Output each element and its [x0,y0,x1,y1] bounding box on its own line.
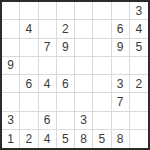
cell-r5c8[interactable]: 2 [130,75,148,93]
cell-r8c1[interactable]: 1 [2,130,20,148]
cell-r3c4[interactable]: 9 [57,39,75,57]
cell-r6c6[interactable] [93,93,111,111]
cell-r6c7[interactable]: 7 [112,93,130,111]
cell-r8c3[interactable]: 4 [39,130,57,148]
cell-r1c5[interactable] [75,2,93,20]
cell-r4c8[interactable] [130,57,148,75]
cell-r5c5[interactable] [75,75,93,93]
cell-r5c6[interactable] [93,75,111,93]
cell-r2c7[interactable]: 6 [112,20,130,38]
cell-r4c2[interactable] [20,57,38,75]
cell-r5c3[interactable]: 4 [39,75,57,93]
cell-r4c6[interactable] [93,57,111,75]
cell-r2c3[interactable] [39,20,57,38]
cell-r1c7[interactable] [112,2,130,20]
cell-r8c4[interactable]: 5 [57,130,75,148]
cell-r6c8[interactable] [130,93,148,111]
cell-r4c4[interactable] [57,57,75,75]
cell-r5c2[interactable]: 6 [20,75,38,93]
cell-r7c2[interactable] [20,112,38,130]
cell-r1c4[interactable] [57,2,75,20]
cell-r6c2[interactable] [20,93,38,111]
cell-r3c6[interactable] [93,39,111,57]
cell-r7c4[interactable] [57,112,75,130]
cell-r5c7[interactable]: 3 [112,75,130,93]
cell-r1c6[interactable] [93,2,111,20]
cell-r3c1[interactable] [2,39,20,57]
cell-r7c3[interactable]: 6 [39,112,57,130]
cell-r1c8[interactable]: 3 [130,2,148,20]
cell-r3c7[interactable]: 9 [112,39,130,57]
cell-r6c4[interactable] [57,93,75,111]
cell-r7c7[interactable] [112,112,130,130]
cell-r5c1[interactable] [2,75,20,93]
cell-r2c1[interactable] [2,20,20,38]
cell-r6c1[interactable] [2,93,20,111]
cell-r2c5[interactable] [75,20,93,38]
cell-r4c7[interactable] [112,57,130,75]
cell-r8c8[interactable] [130,130,148,148]
cell-r2c4[interactable]: 2 [57,20,75,38]
cell-r5c4[interactable]: 6 [57,75,75,93]
cell-r4c5[interactable] [75,57,93,75]
cell-r7c8[interactable] [130,112,148,130]
cell-r6c5[interactable] [75,93,93,111]
cell-r2c2[interactable]: 4 [20,20,38,38]
cell-r8c2[interactable]: 2 [20,130,38,148]
cell-r3c3[interactable]: 7 [39,39,57,57]
number-puzzle-board: 34264799596463273631245858 [0,0,150,150]
cell-r1c1[interactable] [2,2,20,20]
cell-r6c3[interactable] [39,93,57,111]
cell-r8c6[interactable]: 5 [93,130,111,148]
cell-r3c2[interactable] [20,39,38,57]
cell-r1c3[interactable] [39,2,57,20]
cell-r2c6[interactable] [93,20,111,38]
cell-r8c7[interactable]: 8 [112,130,130,148]
cell-r8c5[interactable]: 8 [75,130,93,148]
cell-r3c5[interactable] [75,39,93,57]
cell-r7c6[interactable] [93,112,111,130]
cell-r2c8[interactable]: 4 [130,20,148,38]
cell-r4c1[interactable]: 9 [2,57,20,75]
cell-r4c3[interactable] [39,57,57,75]
cell-r1c2[interactable] [20,2,38,20]
cell-r7c5[interactable]: 3 [75,112,93,130]
cell-r3c8[interactable]: 5 [130,39,148,57]
cell-r7c1[interactable]: 3 [2,112,20,130]
